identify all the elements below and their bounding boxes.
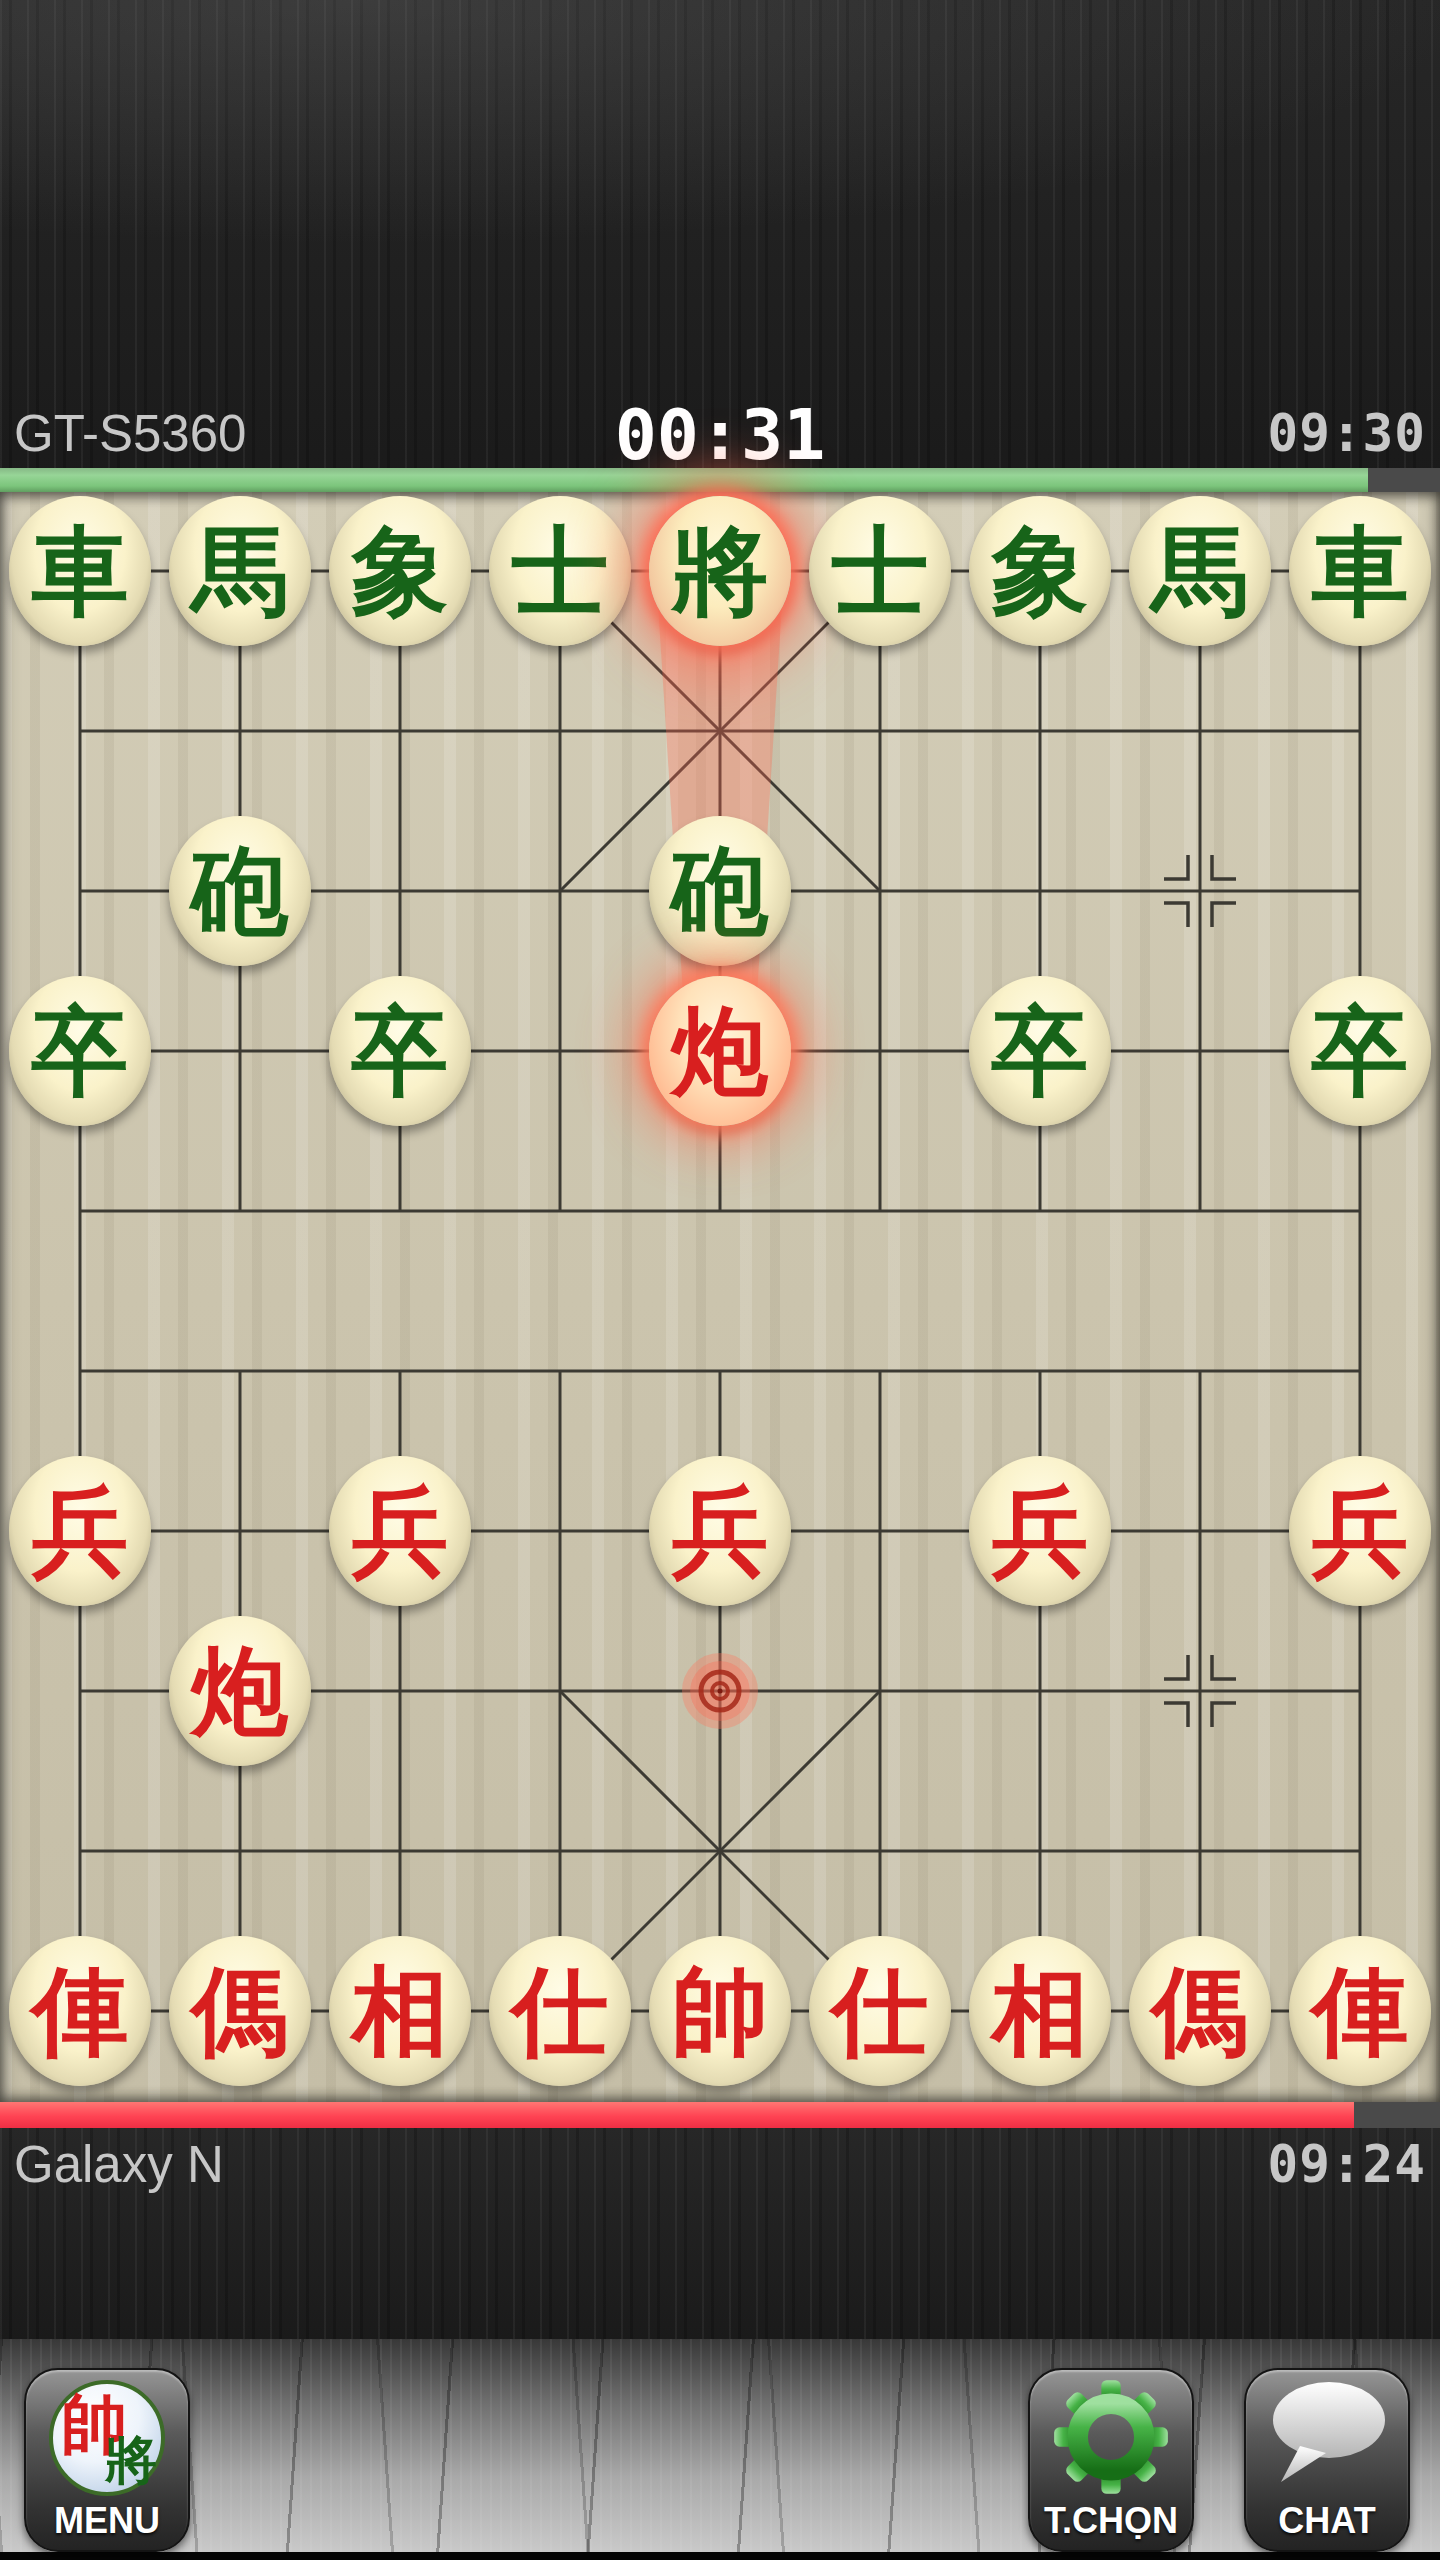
red-time-bar xyxy=(0,2102,1440,2128)
black-time-bar xyxy=(0,468,1440,492)
player-clock: 09:24 xyxy=(1267,2135,1426,2194)
piece-black-soldier-c3[interactable]: 卒 xyxy=(329,976,471,1126)
options-button[interactable]: T.CHỌN xyxy=(1028,2368,1194,2552)
piece-red-soldier-e6[interactable]: 兵 xyxy=(649,1456,791,1606)
piece-character: 兵 xyxy=(672,1456,769,1606)
piece-red-horse-b9[interactable]: 傌 xyxy=(169,1936,311,2086)
piece-red-soldier-a6[interactable]: 兵 xyxy=(9,1456,151,1606)
player-device-name: Galaxy N xyxy=(14,2135,224,2194)
board-grid xyxy=(0,492,1440,2102)
xiangqi-kings-icon: 帥 將 xyxy=(49,2380,165,2496)
piece-black-advisor-d0[interactable]: 士 xyxy=(489,496,631,646)
piece-character: 仕 xyxy=(512,1936,609,2086)
piece-character: 卒 xyxy=(352,976,449,1126)
black-time-bar-fill xyxy=(0,468,1368,492)
piece-character: 卒 xyxy=(32,976,129,1126)
piece-red-chariot-i9[interactable]: 俥 xyxy=(1289,1936,1431,2086)
xiangqi-board[interactable]: 車馬象士將士象馬車砲砲卒卒炮卒卒兵兵兵兵兵炮俥傌相仕帥仕相傌俥 xyxy=(0,492,1440,2102)
piece-red-horse-h9[interactable]: 傌 xyxy=(1129,1936,1271,2086)
piece-black-horse-b0[interactable]: 馬 xyxy=(169,496,311,646)
piece-red-cannon-b7[interactable]: 炮 xyxy=(169,1616,311,1766)
piece-character: 兵 xyxy=(992,1456,1089,1606)
piece-black-chariot-i0[interactable]: 車 xyxy=(1289,496,1431,646)
piece-red-general-e9[interactable]: 帥 xyxy=(649,1936,791,2086)
options-button-label: T.CHỌN xyxy=(1030,2500,1192,2542)
black-general-glyph: 將 xyxy=(105,2426,157,2496)
piece-character: 傌 xyxy=(192,1936,289,2086)
piece-character: 將 xyxy=(672,496,769,646)
piece-character: 相 xyxy=(992,1936,1089,2086)
piece-character: 仕 xyxy=(832,1936,929,2086)
red-time-bar-fill xyxy=(0,2102,1354,2128)
piece-character: 卒 xyxy=(1312,976,1409,1126)
piece-red-chariot-a9[interactable]: 俥 xyxy=(9,1936,151,2086)
piece-character: 馬 xyxy=(192,496,289,646)
piece-red-soldier-g6[interactable]: 兵 xyxy=(969,1456,1111,1606)
piece-red-cannon-e3[interactable]: 炮 xyxy=(649,976,791,1126)
bottom-status-bar: Galaxy N 09:24 xyxy=(0,2132,1440,2196)
piece-black-soldier-a3[interactable]: 卒 xyxy=(9,976,151,1126)
piece-black-horse-h0[interactable]: 馬 xyxy=(1129,496,1271,646)
piece-character: 砲 xyxy=(192,816,289,966)
piece-character: 相 xyxy=(352,1936,449,2086)
piece-red-advisor-f9[interactable]: 仕 xyxy=(809,1936,951,2086)
piece-black-soldier-i3[interactable]: 卒 xyxy=(1289,976,1431,1126)
piece-red-elephant-c9[interactable]: 相 xyxy=(329,1936,471,2086)
piece-character: 帥 xyxy=(672,1936,769,2086)
piece-character: 車 xyxy=(1312,496,1409,646)
piece-character: 兵 xyxy=(352,1456,449,1606)
piece-red-advisor-d9[interactable]: 仕 xyxy=(489,1936,631,2086)
piece-character: 俥 xyxy=(32,1936,129,2086)
piece-black-cannon-b2[interactable]: 砲 xyxy=(169,816,311,966)
background-floor xyxy=(0,2339,1440,2552)
piece-black-elephant-c0[interactable]: 象 xyxy=(329,496,471,646)
piece-character: 炮 xyxy=(192,1616,289,1766)
piece-character: 兵 xyxy=(1312,1456,1409,1606)
move-timer: 00:31 xyxy=(0,394,1440,476)
piece-character: 砲 xyxy=(672,816,769,966)
menu-button[interactable]: 帥 將 MENU xyxy=(24,2368,190,2552)
speech-bubble-icon xyxy=(1246,2378,1408,2490)
piece-black-chariot-a0[interactable]: 車 xyxy=(9,496,151,646)
piece-character: 車 xyxy=(32,496,129,646)
bottom-edge-strip xyxy=(0,2552,1440,2560)
piece-black-general-e0[interactable]: 將 xyxy=(649,496,791,646)
piece-character: 卒 xyxy=(992,976,1089,1126)
piece-black-soldier-g3[interactable]: 卒 xyxy=(969,976,1111,1126)
chat-button-label: CHAT xyxy=(1246,2500,1408,2542)
piece-character: 俥 xyxy=(1312,1936,1409,2086)
gear-icon xyxy=(1030,2378,1192,2496)
chat-button[interactable]: CHAT xyxy=(1244,2368,1410,2552)
piece-red-elephant-g9[interactable]: 相 xyxy=(969,1936,1111,2086)
piece-character: 傌 xyxy=(1152,1936,1249,2086)
piece-character: 象 xyxy=(352,496,449,646)
menu-button-label: MENU xyxy=(26,2500,188,2542)
piece-character: 炮 xyxy=(672,976,769,1126)
piece-red-soldier-c6[interactable]: 兵 xyxy=(329,1456,471,1606)
piece-character: 士 xyxy=(832,496,929,646)
piece-character: 象 xyxy=(992,496,1089,646)
piece-black-elephant-g0[interactable]: 象 xyxy=(969,496,1111,646)
app-screen: GT-S5360 09:30 00:31 車馬象士將士象馬車砲砲卒卒炮卒卒兵兵兵… xyxy=(0,0,1440,2560)
piece-character: 兵 xyxy=(32,1456,129,1606)
piece-character: 馬 xyxy=(1152,496,1249,646)
piece-red-soldier-i6[interactable]: 兵 xyxy=(1289,1456,1431,1606)
piece-black-advisor-f0[interactable]: 士 xyxy=(809,496,951,646)
piece-character: 士 xyxy=(512,496,609,646)
piece-black-cannon-e2[interactable]: 砲 xyxy=(649,816,791,966)
